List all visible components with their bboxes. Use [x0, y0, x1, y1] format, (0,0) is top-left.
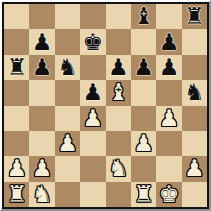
square-g7[interactable]: ♟: [156, 29, 181, 54]
square-e8[interactable]: [106, 4, 131, 29]
square-g8[interactable]: [156, 4, 181, 29]
square-e2[interactable]: ♞: [106, 156, 131, 181]
white-pawn-icon[interactable]: ♟: [57, 132, 78, 155]
black-knight-icon[interactable]: ♞: [184, 81, 205, 104]
square-f6[interactable]: ♟: [131, 55, 156, 80]
square-f3[interactable]: ♟: [131, 131, 156, 156]
white-knight-icon[interactable]: ♞: [108, 157, 129, 180]
black-rook-icon[interactable]: ♜: [184, 5, 205, 28]
chess-board-frame: ♝♜♟♚♟♜♟♞♟♟♟♟♝♞♟♟♟♟♟♟♞♟♜♞♜♚: [0, 0, 211, 211]
square-d6[interactable]: [80, 55, 105, 80]
square-a2[interactable]: ♟: [4, 156, 29, 181]
black-pawn-icon[interactable]: ♟: [159, 31, 180, 54]
square-g2[interactable]: [156, 156, 181, 181]
chess-board: ♝♜♟♚♟♜♟♞♟♟♟♟♝♞♟♟♟♟♟♟♞♟♜♞♜♚: [4, 4, 207, 207]
square-a4[interactable]: [4, 106, 29, 131]
square-h1[interactable]: [182, 182, 207, 207]
black-pawn-icon[interactable]: ♟: [159, 56, 180, 79]
square-a5[interactable]: [4, 80, 29, 105]
square-g1[interactable]: ♚: [156, 182, 181, 207]
square-b1[interactable]: ♞: [29, 182, 54, 207]
white-rook-icon[interactable]: ♜: [133, 183, 154, 206]
square-d5[interactable]: ♟: [80, 80, 105, 105]
square-b4[interactable]: [29, 106, 54, 131]
square-f5[interactable]: [131, 80, 156, 105]
square-e4[interactable]: [106, 106, 131, 131]
black-pawn-icon[interactable]: ♟: [83, 81, 104, 104]
square-b2[interactable]: ♟: [29, 156, 54, 181]
square-g4[interactable]: ♟: [156, 106, 181, 131]
square-d4[interactable]: ♟: [80, 106, 105, 131]
square-a8[interactable]: [4, 4, 29, 29]
square-h8[interactable]: ♜: [182, 4, 207, 29]
square-b6[interactable]: ♟: [29, 55, 54, 80]
black-pawn-icon[interactable]: ♟: [133, 56, 154, 79]
square-f1[interactable]: ♜: [131, 182, 156, 207]
square-a7[interactable]: [4, 29, 29, 54]
white-pawn-icon[interactable]: ♟: [32, 157, 53, 180]
square-c7[interactable]: [55, 29, 80, 54]
square-a1[interactable]: ♜: [4, 182, 29, 207]
square-g5[interactable]: [156, 80, 181, 105]
square-c3[interactable]: ♟: [55, 131, 80, 156]
white-rook-icon[interactable]: ♜: [6, 183, 27, 206]
white-pawn-icon[interactable]: ♟: [159, 107, 180, 130]
square-c8[interactable]: [55, 4, 80, 29]
square-h3[interactable]: [182, 131, 207, 156]
square-h5[interactable]: ♞: [182, 80, 207, 105]
square-e1[interactable]: [106, 182, 131, 207]
square-d2[interactable]: [80, 156, 105, 181]
square-g3[interactable]: [156, 131, 181, 156]
white-pawn-icon[interactable]: ♟: [83, 107, 104, 130]
square-h2[interactable]: ♟: [182, 156, 207, 181]
square-f8[interactable]: ♝: [131, 4, 156, 29]
square-a3[interactable]: [4, 131, 29, 156]
square-h4[interactable]: [182, 106, 207, 131]
square-f2[interactable]: [131, 156, 156, 181]
square-b3[interactable]: [29, 131, 54, 156]
white-knight-icon[interactable]: ♞: [32, 183, 53, 206]
square-d8[interactable]: [80, 4, 105, 29]
white-pawn-icon[interactable]: ♟: [184, 157, 205, 180]
white-pawn-icon[interactable]: ♟: [133, 132, 154, 155]
square-d1[interactable]: [80, 182, 105, 207]
white-bishop-icon[interactable]: ♝: [108, 81, 129, 104]
black-pawn-icon[interactable]: ♟: [108, 56, 129, 79]
white-pawn-icon[interactable]: ♟: [6, 157, 27, 180]
square-f4[interactable]: [131, 106, 156, 131]
square-c6[interactable]: ♞: [55, 55, 80, 80]
square-f7[interactable]: [131, 29, 156, 54]
black-king-icon[interactable]: ♚: [83, 31, 104, 54]
square-b7[interactable]: ♟: [29, 29, 54, 54]
square-g6[interactable]: ♟: [156, 55, 181, 80]
black-pawn-icon[interactable]: ♟: [32, 31, 53, 54]
white-king-icon[interactable]: ♚: [159, 183, 180, 206]
black-bishop-icon[interactable]: ♝: [133, 5, 154, 28]
square-c2[interactable]: [55, 156, 80, 181]
square-d3[interactable]: [80, 131, 105, 156]
square-b8[interactable]: [29, 4, 54, 29]
black-rook-icon[interactable]: ♜: [6, 56, 27, 79]
square-h6[interactable]: [182, 55, 207, 80]
square-c4[interactable]: [55, 106, 80, 131]
square-e3[interactable]: [106, 131, 131, 156]
square-e6[interactable]: ♟: [106, 55, 131, 80]
square-d7[interactable]: ♚: [80, 29, 105, 54]
black-pawn-icon[interactable]: ♟: [32, 56, 53, 79]
square-e7[interactable]: [106, 29, 131, 54]
square-c5[interactable]: [55, 80, 80, 105]
square-c1[interactable]: [55, 182, 80, 207]
square-h7[interactable]: [182, 29, 207, 54]
black-knight-icon[interactable]: ♞: [57, 56, 78, 79]
square-b5[interactable]: [29, 80, 54, 105]
square-a6[interactable]: ♜: [4, 55, 29, 80]
square-e5[interactable]: ♝: [106, 80, 131, 105]
